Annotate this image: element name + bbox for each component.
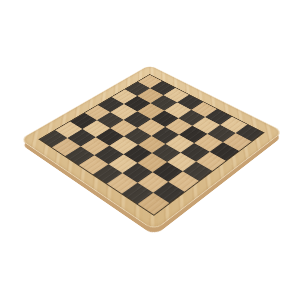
square-d2 — [94, 145, 123, 163]
square-h4 — [182, 161, 212, 181]
square-d1 — [79, 155, 108, 174]
square-g3 — [153, 162, 183, 182]
square-d3 — [109, 136, 137, 154]
square-f1 — [107, 173, 137, 193]
square-h7 — [223, 133, 251, 151]
square-g2 — [138, 172, 168, 192]
square-h1 — [138, 192, 169, 214]
square-e2 — [108, 154, 137, 173]
square-g6 — [194, 134, 222, 152]
square-b1 — [52, 138, 80, 156]
square-e1 — [93, 164, 123, 184]
square-e3 — [123, 145, 152, 163]
square-c1 — [66, 146, 95, 164]
square-f4 — [152, 144, 181, 162]
square-h2 — [153, 182, 184, 203]
square-g5 — [181, 143, 210, 161]
chessboard — [19, 65, 283, 231]
board-frame — [19, 65, 283, 231]
square-e4 — [138, 136, 166, 154]
board-grid — [38, 74, 264, 216]
square-f5 — [166, 135, 194, 153]
square-h3 — [168, 171, 198, 191]
square-f2 — [123, 163, 153, 183]
square-f3 — [138, 153, 167, 172]
square-h6 — [210, 142, 239, 160]
square-h5 — [196, 152, 225, 171]
square-g4 — [167, 152, 196, 171]
square-c2 — [81, 137, 109, 155]
product-photo — [0, 0, 300, 300]
square-g1 — [122, 183, 153, 204]
